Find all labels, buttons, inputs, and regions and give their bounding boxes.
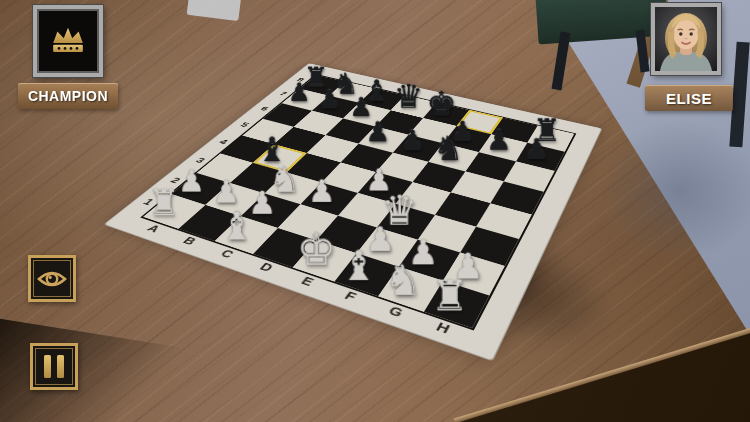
file-label-C: C — [215, 247, 240, 262]
floor-shadow — [600, 120, 750, 260]
file-label-F: F — [338, 288, 364, 305]
chess-app-screen: ♜♞♝♛♚♜♟♟♟♟♟♟♟♟♞♝♟♞♟♛♟♟♟♟♟♟♜♝♚♝♞♜ 1234567… — [0, 0, 750, 422]
black-pawn-e6[interactable]: ♟ — [400, 128, 425, 155]
white-bishop-f1[interactable]: ♝ — [340, 246, 377, 285]
file-label-D: D — [254, 260, 279, 275]
crown-icon — [50, 26, 86, 56]
champion-name-banner: CHAMPION — [18, 83, 118, 109]
black-knight-f6[interactable]: ♞ — [434, 132, 464, 164]
opponent-avatar — [651, 3, 721, 75]
file-label-E: E — [295, 274, 320, 290]
file-label-G: G — [383, 303, 409, 321]
champion-badge — [33, 5, 103, 77]
white-knight-g1[interactable]: ♞ — [384, 260, 422, 300]
square-h7[interactable]: ♟ — [516, 143, 565, 171]
white-rook-a1[interactable]: ♜ — [148, 185, 180, 219]
square-g6[interactable] — [465, 152, 516, 181]
avatar-photo-icon — [655, 7, 717, 71]
black-pawn-g7[interactable]: ♟ — [486, 128, 511, 155]
white-king-e1[interactable]: ♚ — [297, 229, 337, 271]
pause-button[interactable] — [30, 343, 78, 390]
black-pawn-b7[interactable]: ♟ — [318, 88, 341, 112]
pause-icon — [44, 355, 64, 378]
white-pawn-a2[interactable]: ♟ — [178, 168, 205, 197]
file-label-H: H — [430, 319, 456, 338]
black-queen-d8[interactable]: ♛ — [394, 81, 423, 112]
black-pawn-h7[interactable]: ♟ — [524, 137, 550, 164]
eye-icon — [37, 268, 67, 290]
black-pawn-d6[interactable]: ♟ — [365, 120, 390, 146]
black-pawn-a7[interactable]: ♟ — [288, 81, 311, 105]
file-label-B: B — [177, 234, 202, 248]
file-label-A: A — [141, 222, 165, 236]
square-f5[interactable] — [413, 162, 466, 192]
view-toggle-button[interactable] — [28, 255, 76, 302]
opponent-name-banner: ELISE — [645, 85, 733, 111]
champion-name-label: CHAMPION — [28, 88, 108, 104]
opponent-name-label: ELISE — [666, 90, 712, 107]
white-bishop-c1[interactable]: ♝ — [220, 207, 255, 244]
white-rook-h1[interactable]: ♜ — [431, 276, 469, 316]
white-pawn-d3[interactable]: ♟ — [308, 178, 336, 207]
